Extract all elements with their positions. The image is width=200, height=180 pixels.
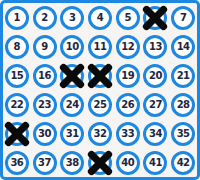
number-label: 10 bbox=[66, 42, 79, 52]
cell-5[interactable]: 5 bbox=[116, 6, 140, 30]
cell-28[interactable]: 28 bbox=[171, 93, 195, 117]
number-circle: 4 bbox=[88, 6, 112, 30]
cell-3[interactable]: 3 bbox=[60, 6, 84, 30]
cell-14[interactable]: 14 bbox=[171, 35, 195, 59]
number-circle: 25 bbox=[88, 93, 112, 117]
number-label: 37 bbox=[38, 158, 51, 168]
number-circle: 7 bbox=[171, 6, 195, 30]
cell-25[interactable]: 25 bbox=[88, 93, 112, 117]
number-label: 30 bbox=[38, 129, 51, 139]
cell-18[interactable] bbox=[88, 64, 112, 88]
number-circle: 13 bbox=[143, 35, 167, 59]
number-label: 34 bbox=[149, 129, 162, 139]
cell-9[interactable]: 9 bbox=[33, 35, 57, 59]
lottery-board: 1234578910111213141516192021222324252627… bbox=[0, 0, 200, 180]
cell-15[interactable]: 15 bbox=[5, 64, 29, 88]
number-label: 13 bbox=[149, 42, 162, 52]
number-label: 36 bbox=[10, 158, 23, 168]
number-circle: 24 bbox=[60, 93, 84, 117]
number-circle: 27 bbox=[143, 93, 167, 117]
cell-31[interactable]: 31 bbox=[60, 122, 84, 146]
number-circle: 19 bbox=[116, 64, 140, 88]
number-circle: 12 bbox=[116, 35, 140, 59]
cell-17[interactable] bbox=[60, 64, 84, 88]
number-circle: 35 bbox=[171, 122, 195, 146]
cell-22[interactable]: 22 bbox=[5, 93, 29, 117]
number-label: 38 bbox=[66, 158, 79, 168]
number-label: 27 bbox=[149, 100, 162, 110]
cell-33[interactable]: 33 bbox=[116, 122, 140, 146]
number-circle: 3 bbox=[60, 6, 84, 30]
number-circle: 26 bbox=[116, 93, 140, 117]
number-circle: 38 bbox=[60, 151, 84, 175]
number-circle: 10 bbox=[60, 35, 84, 59]
number-label: 23 bbox=[38, 100, 51, 110]
number-label: 25 bbox=[94, 100, 107, 110]
number-label: 32 bbox=[94, 129, 107, 139]
number-label: 24 bbox=[66, 100, 79, 110]
number-circle bbox=[88, 64, 112, 88]
cell-30[interactable]: 30 bbox=[33, 122, 57, 146]
number-circle: 5 bbox=[116, 6, 140, 30]
number-label: 11 bbox=[94, 42, 107, 52]
number-circle: 21 bbox=[171, 64, 195, 88]
number-label: 41 bbox=[149, 158, 162, 168]
number-circle: 41 bbox=[143, 151, 167, 175]
number-label: 26 bbox=[121, 100, 134, 110]
cell-37[interactable]: 37 bbox=[33, 151, 57, 175]
number-circle: 16 bbox=[33, 64, 57, 88]
number-label: 35 bbox=[177, 129, 190, 139]
cell-11[interactable]: 11 bbox=[88, 35, 112, 59]
cell-38[interactable]: 38 bbox=[60, 151, 84, 175]
number-circle: 8 bbox=[5, 35, 29, 59]
number-label: 1 bbox=[14, 13, 20, 23]
cell-10[interactable]: 10 bbox=[60, 35, 84, 59]
cell-24[interactable]: 24 bbox=[60, 93, 84, 117]
number-label: 3 bbox=[69, 13, 75, 23]
number-label: 21 bbox=[177, 71, 190, 81]
cell-16[interactable]: 16 bbox=[33, 64, 57, 88]
number-circle: 20 bbox=[143, 64, 167, 88]
number-label: 20 bbox=[149, 71, 162, 81]
number-circle: 23 bbox=[33, 93, 57, 117]
number-circle: 22 bbox=[5, 93, 29, 117]
number-circle: 37 bbox=[33, 151, 57, 175]
number-circle: 15 bbox=[5, 64, 29, 88]
number-grid: 1234578910111213141516192021222324252627… bbox=[3, 3, 197, 177]
cell-23[interactable]: 23 bbox=[33, 93, 57, 117]
number-circle bbox=[143, 6, 167, 30]
number-circle: 42 bbox=[171, 151, 195, 175]
cell-13[interactable]: 13 bbox=[143, 35, 167, 59]
number-circle: 40 bbox=[116, 151, 140, 175]
cell-39[interactable] bbox=[88, 151, 112, 175]
cell-29[interactable] bbox=[5, 122, 29, 146]
cell-26[interactable]: 26 bbox=[116, 93, 140, 117]
number-label: 40 bbox=[121, 158, 134, 168]
number-circle: 34 bbox=[143, 122, 167, 146]
number-label: 5 bbox=[124, 13, 130, 23]
number-circle: 33 bbox=[116, 122, 140, 146]
number-label: 42 bbox=[177, 158, 190, 168]
cell-41[interactable]: 41 bbox=[143, 151, 167, 175]
cell-40[interactable]: 40 bbox=[116, 151, 140, 175]
number-circle: 30 bbox=[33, 122, 57, 146]
number-label: 8 bbox=[14, 42, 20, 52]
number-circle: 1 bbox=[5, 6, 29, 30]
number-label: 9 bbox=[41, 42, 47, 52]
cell-4[interactable]: 4 bbox=[88, 6, 112, 30]
number-circle: 2 bbox=[33, 6, 57, 30]
number-circle bbox=[5, 122, 29, 146]
cell-35[interactable]: 35 bbox=[171, 122, 195, 146]
number-circle: 32 bbox=[88, 122, 112, 146]
number-label: 12 bbox=[121, 42, 134, 52]
cell-36[interactable]: 36 bbox=[5, 151, 29, 175]
number-circle bbox=[60, 64, 84, 88]
number-circle: 9 bbox=[33, 35, 57, 59]
number-label: 7 bbox=[180, 13, 186, 23]
cell-8[interactable]: 8 bbox=[5, 35, 29, 59]
number-circle: 14 bbox=[171, 35, 195, 59]
cell-1[interactable]: 1 bbox=[5, 6, 29, 30]
cell-7[interactable]: 7 bbox=[171, 6, 195, 30]
number-label: 33 bbox=[121, 129, 134, 139]
number-label: 19 bbox=[121, 71, 134, 81]
number-label: 28 bbox=[177, 100, 190, 110]
cell-27[interactable]: 27 bbox=[143, 93, 167, 117]
cell-12[interactable]: 12 bbox=[116, 35, 140, 59]
cell-2[interactable]: 2 bbox=[33, 6, 57, 30]
number-label: 2 bbox=[41, 13, 47, 23]
cell-6[interactable] bbox=[143, 6, 167, 30]
number-label: 31 bbox=[66, 129, 79, 139]
cell-21[interactable]: 21 bbox=[171, 64, 195, 88]
number-label: 16 bbox=[38, 71, 51, 81]
number-circle: 31 bbox=[60, 122, 84, 146]
number-label: 15 bbox=[10, 71, 23, 81]
number-label: 4 bbox=[97, 13, 103, 23]
cell-34[interactable]: 34 bbox=[143, 122, 167, 146]
cell-42[interactable]: 42 bbox=[171, 151, 195, 175]
number-label: 22 bbox=[10, 100, 23, 110]
number-circle: 28 bbox=[171, 93, 195, 117]
cell-20[interactable]: 20 bbox=[143, 64, 167, 88]
cell-32[interactable]: 32 bbox=[88, 122, 112, 146]
cell-19[interactable]: 19 bbox=[116, 64, 140, 88]
number-circle: 11 bbox=[88, 35, 112, 59]
number-circle: 36 bbox=[5, 151, 29, 175]
number-label: 14 bbox=[177, 42, 190, 52]
number-circle bbox=[88, 151, 112, 175]
